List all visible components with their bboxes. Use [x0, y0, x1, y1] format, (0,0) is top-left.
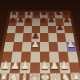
square-h2[interactable]	[69, 62, 80, 74]
board-frame: ♜♞♝♛♚♝♞♜♟♟♟♟♟♟♟♟♟♟♟♟♟♟♟♟♜♞♝♛♚♝♞♜	[0, 10, 80, 80]
square-d4[interactable]: ♟	[31, 42, 40, 51]
square-c3[interactable]	[21, 51, 31, 62]
square-d7[interactable]	[32, 18, 40, 25]
square-h6[interactable]	[64, 25, 73, 33]
square-h5[interactable]	[65, 33, 75, 42]
square-e3[interactable]	[40, 51, 50, 62]
board-perspective-wrap: ♜♞♝♛♚♝♞♜♟♟♟♟♟♟♟♟♟♟♟♟♟♟♟♟♜♞♝♛♚♝♞♜	[0, 10, 80, 80]
square-h7[interactable]: ♟	[63, 18, 72, 25]
square-d1[interactable]: ♛	[29, 74, 40, 80]
piece-black-rook-h8: ♜	[62, 9, 71, 18]
square-d3[interactable]	[30, 51, 40, 62]
square-c2[interactable]: ♟	[20, 62, 31, 74]
square-d5[interactable]: ♟	[31, 33, 40, 42]
square-d2[interactable]	[30, 62, 40, 74]
square-e4[interactable]	[40, 42, 49, 51]
square-h1[interactable]: ♜	[71, 74, 80, 80]
square-d6[interactable]	[32, 25, 40, 33]
square-e2[interactable]: ♟	[40, 62, 50, 74]
square-c1[interactable]: ♝	[18, 74, 29, 80]
piece-black-queen-d8: ♛	[32, 9, 40, 18]
square-c4[interactable]	[22, 42, 32, 51]
square-e1[interactable]: ♚	[40, 74, 51, 80]
square-h3[interactable]	[67, 51, 78, 62]
chess-board[interactable]: ♜♞♝♛♚♝♞♜♟♟♟♟♟♟♟♟♟♟♟♟♟♟♟♟♜♞♝♛♚♝♞♜	[0, 12, 80, 80]
square-h4[interactable]: ♟	[66, 42, 76, 51]
square-b1[interactable]: ♞	[8, 74, 20, 80]
